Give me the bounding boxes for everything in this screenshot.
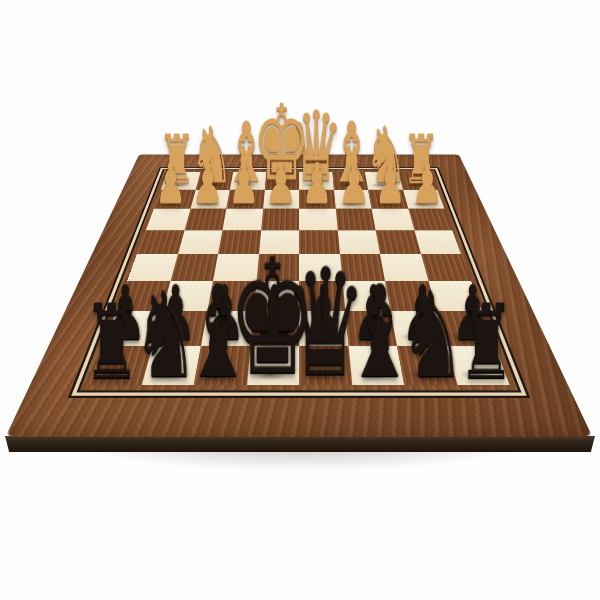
square-c6 [342,281,391,311]
piece-contact-shadow [332,182,363,188]
square-c4 [337,230,380,254]
piece-contact-shadow [226,200,259,207]
square-g6 [162,281,213,311]
piece-contact-shadow [370,200,403,207]
square-a2: ♟ [403,190,445,209]
square-g4 [178,230,223,254]
pinstripe-inlay-inner: ♜♞♝♚♛♝♞♜♟♟♟♟♟♟♟♟♟♟♟♟♟♟♟♟♜♞♝♚♛♝♞♜ [76,169,521,392]
square-d2: ♟ [299,190,335,209]
chess-board-grid: ♜♞♝♚♛♝♞♜♟♟♟♟♟♟♟♟♟♟♟♟♟♟♟♟♜♞♝♚♛♝♞♜ [88,172,509,385]
piece-contact-shadow [103,330,150,342]
square-c2: ♟ [334,190,372,209]
square-b4 [376,230,421,254]
square-c7: ♟ [345,311,397,345]
square-d4 [299,230,340,254]
square-f7: ♟ [201,311,253,345]
square-f5 [213,254,258,281]
piece-contact-shadow [161,182,193,188]
square-e2: ♟ [263,190,299,209]
square-a5 [421,254,471,281]
piece-contact-shadow [262,200,294,207]
square-e5 [256,254,299,281]
chess-board: ♜♞♝♚♛♝♞♜♟♟♟♟♟♟♟♟♟♟♟♟♟♟♟♟♜♞♝♚♛♝♞♜ [6,154,593,436]
square-e6 [253,281,299,311]
square-f1: ♝ [230,172,266,189]
square-h3 [146,209,190,230]
square-b8: ♞ [397,345,457,385]
piece-contact-shadow [194,368,242,382]
piece-contact-shadow [250,330,293,342]
piece-contact-shadow [366,182,398,188]
square-e7: ♟ [250,311,299,345]
square-d5 [299,254,342,281]
piece-contact-shadow [298,182,329,188]
square-g8: ♞ [141,345,201,385]
square-h2: ♟ [154,190,196,209]
piece-contact-shadow [405,200,439,207]
square-f2: ♟ [226,190,264,209]
piece-contact-shadow [334,200,367,207]
square-a1: ♜ [398,172,437,189]
square-g7: ♟ [152,311,207,345]
piece-contact-shadow [89,368,140,382]
square-e8: ♚ [246,345,299,385]
piece-contact-shadow [152,330,198,342]
piece-contact-shadow [298,330,341,342]
square-d8: ♛ [299,345,352,385]
square-h6 [116,281,170,311]
square-c1: ♝ [332,172,368,189]
square-c5 [340,254,385,281]
square-h4 [137,230,184,254]
square-d6 [299,281,345,311]
piece-contact-shadow [264,182,295,188]
piece-contact-shadow [400,368,449,382]
square-e3 [261,209,299,230]
piece-contact-shadow [230,182,261,188]
piece-contact-shadow [346,330,390,342]
piece-contact-shadow [400,182,432,188]
square-g3 [184,209,226,230]
square-d3 [299,209,337,230]
square-e4 [259,230,300,254]
square-a8: ♜ [446,345,510,385]
square-a4 [414,230,461,254]
piece-contact-shadow [141,368,190,382]
square-a7: ♟ [436,311,495,345]
square-h1: ♜ [161,172,200,189]
square-b1: ♞ [365,172,403,189]
piece-contact-shadow [195,182,227,188]
piece-contact-shadow [441,330,488,342]
square-b2: ♟ [368,190,408,209]
piece-contact-shadow [298,200,330,207]
square-a6 [428,281,482,311]
square-d1: ♛ [299,172,334,189]
square-c8: ♝ [348,345,404,385]
square-a3 [408,209,452,230]
square-f8: ♝ [194,345,250,385]
piece-contact-shadow [201,330,246,342]
piece-contact-shadow [154,200,188,207]
square-f6 [207,281,256,311]
piece-contact-shadow [246,368,293,382]
piece-contact-shadow [298,368,345,382]
square-g1: ♞ [195,172,233,189]
square-d7: ♟ [299,311,348,345]
piece-contact-shadow [451,368,501,382]
square-f4 [218,230,261,254]
walnut-frame: ♜♞♝♚♛♝♞♜♟♟♟♟♟♟♟♟♟♟♟♟♟♟♟♟♜♞♝♚♛♝♞♜ [6,154,593,436]
photo-canvas: ♜♞♝♚♛♝♞♜♟♟♟♟♟♟♟♟♟♟♟♟♟♟♟♟♜♞♝♚♛♝♞♜ [0,0,600,600]
square-g5 [170,254,218,281]
square-b5 [380,254,428,281]
square-c3 [335,209,375,230]
pinstripe-inlay-outer: ♜♞♝♚♛♝♞♜♟♟♟♟♟♟♟♟♟♟♟♟♟♟♟♟♜♞♝♚♛♝♞♜ [68,167,531,398]
piece-contact-shadow [393,330,439,342]
square-g2: ♟ [190,190,230,209]
square-b3 [372,209,414,230]
square-e1: ♚ [264,172,299,189]
piece-contact-shadow [349,368,397,382]
board-front-edge [5,436,595,452]
square-b7: ♟ [391,311,446,345]
square-f3 [222,209,262,230]
piece-contact-shadow [190,200,224,207]
